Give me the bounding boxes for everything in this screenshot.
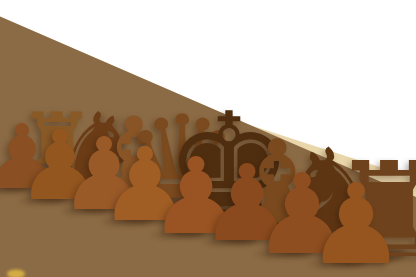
chess-set-photo: Studio photograph of dark sheesham woode… [0,0,416,277]
piece-h7-pawn: ♟ [306,169,406,277]
pieces-layer: ♜♞♟♝♟♛♟♚♟♝♞♟♟♟♜♟ [0,0,416,277]
